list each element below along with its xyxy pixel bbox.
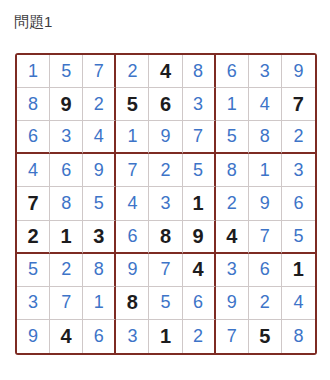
sudoku-cell[interactable]: 3 xyxy=(249,55,282,88)
sudoku-cell[interactable]: 8 xyxy=(183,55,216,88)
sudoku-cell[interactable]: 4 xyxy=(83,121,116,154)
sudoku-cell[interactable]: 3 xyxy=(116,320,149,353)
sudoku-cell[interactable]: 2 xyxy=(17,221,50,254)
sudoku-cell[interactable]: 6 xyxy=(17,121,50,154)
sudoku-cell[interactable]: 6 xyxy=(282,187,315,220)
sudoku-cell[interactable]: 3 xyxy=(83,221,116,254)
sudoku-cell[interactable]: 9 xyxy=(249,187,282,220)
sudoku-cell[interactable]: 9 xyxy=(183,221,216,254)
sudoku-cell[interactable]: 9 xyxy=(17,320,50,353)
sudoku-cell[interactable]: 3 xyxy=(282,154,315,187)
sudoku-cell[interactable]: 5 xyxy=(282,221,315,254)
sudoku-cell[interactable]: 8 xyxy=(249,121,282,154)
sudoku-board: 1572486398925631476341975824697258137854… xyxy=(15,53,317,355)
sudoku-cell[interactable]: 9 xyxy=(149,121,182,154)
sudoku-cell[interactable]: 7 xyxy=(116,154,149,187)
sudoku-cell[interactable]: 1 xyxy=(282,254,315,287)
puzzle-title: 問題1 xyxy=(14,13,52,31)
sudoku-cell[interactable]: 7 xyxy=(50,287,83,320)
sudoku-cell[interactable]: 2 xyxy=(282,121,315,154)
sudoku-cell[interactable]: 1 xyxy=(116,121,149,154)
sudoku-cell[interactable]: 6 xyxy=(83,320,116,353)
sudoku-cell[interactable]: 7 xyxy=(149,254,182,287)
sudoku-cell[interactable]: 9 xyxy=(83,154,116,187)
sudoku-cell[interactable]: 4 xyxy=(149,55,182,88)
sudoku-cell[interactable]: 2 xyxy=(249,287,282,320)
sudoku-cell[interactable]: 1 xyxy=(83,287,116,320)
sudoku-cell[interactable]: 7 xyxy=(183,121,216,154)
sudoku-cell[interactable]: 8 xyxy=(116,287,149,320)
sudoku-cell[interactable]: 2 xyxy=(116,55,149,88)
sudoku-cell[interactable]: 8 xyxy=(282,320,315,353)
sudoku-cell[interactable]: 5 xyxy=(216,121,249,154)
sudoku-cell[interactable]: 7 xyxy=(216,320,249,353)
sudoku-cell[interactable]: 1 xyxy=(216,88,249,121)
sudoku-cell[interactable]: 6 xyxy=(183,287,216,320)
sudoku-cell[interactable]: 6 xyxy=(216,55,249,88)
sudoku-cell[interactable]: 1 xyxy=(50,221,83,254)
sudoku-cell[interactable]: 9 xyxy=(50,88,83,121)
sudoku-cell[interactable]: 4 xyxy=(50,320,83,353)
sudoku-cell[interactable]: 1 xyxy=(17,55,50,88)
sudoku-cell[interactable]: 9 xyxy=(282,55,315,88)
sudoku-cell[interactable]: 9 xyxy=(116,254,149,287)
sudoku-cell[interactable]: 4 xyxy=(249,88,282,121)
sudoku-cell[interactable]: 5 xyxy=(149,287,182,320)
sudoku-cell[interactable]: 2 xyxy=(83,88,116,121)
sudoku-cell[interactable]: 5 xyxy=(17,254,50,287)
sudoku-cell[interactable]: 6 xyxy=(249,254,282,287)
sudoku-cell[interactable]: 7 xyxy=(83,55,116,88)
sudoku-cell[interactable]: 6 xyxy=(149,88,182,121)
sudoku-cell[interactable]: 4 xyxy=(17,154,50,187)
sudoku-cell[interactable]: 5 xyxy=(116,88,149,121)
sudoku-cell[interactable]: 3 xyxy=(149,187,182,220)
sudoku-cell[interactable]: 4 xyxy=(183,254,216,287)
sudoku-cell[interactable]: 6 xyxy=(116,221,149,254)
sudoku-cell[interactable]: 5 xyxy=(50,55,83,88)
sudoku-cell[interactable]: 5 xyxy=(183,154,216,187)
sudoku-cell[interactable]: 4 xyxy=(116,187,149,220)
sudoku-cell[interactable]: 2 xyxy=(183,320,216,353)
sudoku-cell[interactable]: 4 xyxy=(216,221,249,254)
sudoku-cell[interactable]: 9 xyxy=(216,287,249,320)
sudoku-cell[interactable]: 3 xyxy=(17,287,50,320)
sudoku-cell[interactable]: 7 xyxy=(282,88,315,121)
sudoku-cell[interactable]: 3 xyxy=(50,121,83,154)
sudoku-cell[interactable]: 7 xyxy=(17,187,50,220)
sudoku-cell[interactable]: 1 xyxy=(183,187,216,220)
sudoku-cell[interactable]: 8 xyxy=(17,88,50,121)
sudoku-cell[interactable]: 8 xyxy=(216,154,249,187)
sudoku-cell[interactable]: 2 xyxy=(50,254,83,287)
sudoku-cell[interactable]: 5 xyxy=(249,320,282,353)
sudoku-cell[interactable]: 7 xyxy=(249,221,282,254)
sudoku-cell[interactable]: 4 xyxy=(282,287,315,320)
sudoku-cell[interactable]: 2 xyxy=(216,187,249,220)
sudoku-cell[interactable]: 2 xyxy=(149,154,182,187)
sudoku-cell[interactable]: 8 xyxy=(149,221,182,254)
sudoku-cell[interactable]: 3 xyxy=(216,254,249,287)
sudoku-cell[interactable]: 8 xyxy=(83,254,116,287)
sudoku-cell[interactable]: 1 xyxy=(149,320,182,353)
sudoku-cell[interactable]: 8 xyxy=(50,187,83,220)
sudoku-cell[interactable]: 3 xyxy=(183,88,216,121)
sudoku-cell[interactable]: 5 xyxy=(83,187,116,220)
sudoku-cell[interactable]: 6 xyxy=(50,154,83,187)
sudoku-cell[interactable]: 1 xyxy=(249,154,282,187)
